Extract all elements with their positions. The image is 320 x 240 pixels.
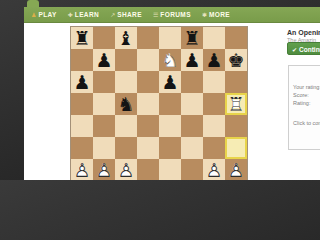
square-c2[interactable]: ♟♙ — [115, 159, 137, 180]
square-g4[interactable] — [203, 115, 225, 137]
square-g8[interactable] — [203, 27, 225, 49]
square-f2[interactable] — [181, 159, 203, 180]
stats-card: Your rating: Score: Rating: Click to con — [288, 65, 320, 150]
stat-rating: Rating: — [293, 99, 320, 107]
continue-button[interactable]: ✔Continue — [287, 42, 320, 55]
square-c5[interactable]: ♞ — [115, 93, 137, 115]
piece-black-bishop[interactable]: ♝ — [115, 27, 137, 49]
white-piece-outline: ♙ — [115, 159, 137, 180]
nav-item-share[interactable]: ↗ SHARE — [110, 11, 142, 18]
white-piece-outline: ♙ — [225, 159, 247, 180]
piece-black-pawn[interactable]: ♟ — [71, 71, 93, 93]
piece-black-rook[interactable]: ♜ — [181, 27, 203, 49]
square-b3[interactable] — [93, 137, 115, 159]
more-icon: ✱ — [202, 12, 207, 18]
continue-button-label: Continue — [299, 46, 320, 53]
nav-item-play[interactable]: ♟ PLAY — [31, 11, 57, 18]
square-d5[interactable] — [137, 93, 159, 115]
square-e3[interactable] — [159, 137, 181, 159]
square-a2[interactable]: ♟♙ — [71, 159, 93, 180]
chess-board[interactable]: ♜♝♜♟♞♘♟♟♚♟♟♞♜♖♟♙♟♙♟♙♟♙♟♙ — [70, 26, 248, 180]
piece-white-pawn[interactable]: ♟♙ — [93, 159, 115, 180]
share-icon: ↗ — [110, 12, 115, 18]
nav-label-learn: LEARN — [75, 11, 99, 18]
square-e5[interactable] — [159, 93, 181, 115]
nav-label-play: PLAY — [38, 11, 56, 18]
square-b5[interactable] — [93, 93, 115, 115]
square-f7[interactable]: ♟ — [181, 49, 203, 71]
square-e7[interactable]: ♞♘ — [159, 49, 181, 71]
square-h4[interactable] — [225, 115, 247, 137]
square-b8[interactable] — [93, 27, 115, 49]
square-a6[interactable]: ♟ — [71, 71, 93, 93]
square-d7[interactable] — [137, 49, 159, 71]
square-a3[interactable] — [71, 137, 93, 159]
square-a4[interactable] — [71, 115, 93, 137]
square-g2[interactable]: ♟♙ — [203, 159, 225, 180]
square-e4[interactable] — [159, 115, 181, 137]
square-d4[interactable] — [137, 115, 159, 137]
piece-black-pawn[interactable]: ♟ — [159, 71, 181, 93]
piece-white-pawn[interactable]: ♟♙ — [203, 159, 225, 180]
stat-score: Score: — [293, 91, 320, 99]
piece-black-pawn[interactable]: ♟ — [203, 49, 225, 71]
square-h7[interactable]: ♚ — [225, 49, 247, 71]
piece-black-rook[interactable]: ♜ — [71, 27, 93, 49]
piece-white-knight[interactable]: ♞♘ — [159, 49, 181, 71]
square-d8[interactable] — [137, 27, 159, 49]
square-f8[interactable]: ♜ — [181, 27, 203, 49]
nav-item-learn[interactable]: ✚ LEARN — [68, 11, 99, 18]
piece-white-pawn[interactable]: ♟♙ — [115, 159, 137, 180]
piece-white-pawn[interactable]: ♟♙ — [225, 159, 247, 180]
square-d2[interactable] — [137, 159, 159, 180]
learn-icon: ✚ — [68, 12, 73, 18]
square-h3[interactable] — [225, 137, 247, 159]
square-d6[interactable] — [137, 71, 159, 93]
piece-black-pawn[interactable]: ♟ — [181, 49, 203, 71]
square-e2[interactable] — [159, 159, 181, 180]
piece-black-knight[interactable]: ♞ — [115, 93, 137, 115]
main-navbar: ♟ PLAY ✚ LEARN ↗ SHARE ☰ FORUMS ✱ MORE — [24, 7, 320, 23]
card-footer-text: Click to con — [293, 120, 320, 126]
square-b4[interactable] — [93, 115, 115, 137]
square-c3[interactable] — [115, 137, 137, 159]
square-a5[interactable] — [71, 93, 93, 115]
lesson-title: An Opening — [287, 29, 320, 36]
square-a8[interactable]: ♜ — [71, 27, 93, 49]
white-piece-outline: ♖ — [225, 93, 247, 115]
nav-item-forums[interactable]: ☰ FORUMS — [153, 11, 191, 18]
nav-item-more[interactable]: ✱ MORE — [202, 11, 230, 18]
piece-white-rook[interactable]: ♜♖ — [225, 93, 247, 115]
square-g6[interactable] — [203, 71, 225, 93]
forums-icon: ☰ — [153, 12, 158, 18]
square-b2[interactable]: ♟♙ — [93, 159, 115, 180]
white-piece-outline: ♙ — [203, 159, 225, 180]
square-b6[interactable] — [93, 71, 115, 93]
square-a7[interactable] — [71, 49, 93, 71]
nav-label-more: MORE — [209, 11, 230, 18]
square-c4[interactable] — [115, 115, 137, 137]
square-f6[interactable] — [181, 71, 203, 93]
square-d3[interactable] — [137, 137, 159, 159]
square-b7[interactable]: ♟ — [93, 49, 115, 71]
piece-black-pawn[interactable]: ♟ — [93, 49, 115, 71]
square-e8[interactable] — [159, 27, 181, 49]
square-h2[interactable]: ♟♙ — [225, 159, 247, 180]
white-piece-outline: ♙ — [93, 159, 115, 180]
square-f5[interactable] — [181, 93, 203, 115]
piece-white-pawn[interactable]: ♟♙ — [71, 159, 93, 180]
square-g3[interactable] — [203, 137, 225, 159]
square-g7[interactable]: ♟ — [203, 49, 225, 71]
square-c7[interactable] — [115, 49, 137, 71]
piece-black-king[interactable]: ♚ — [225, 49, 247, 71]
nav-label-forums: FORUMS — [160, 11, 191, 18]
stat-your-rating: Your rating: — [293, 83, 320, 91]
play-pawn-icon: ♟ — [31, 12, 36, 18]
square-g5[interactable] — [203, 93, 225, 115]
white-piece-outline: ♘ — [159, 49, 181, 71]
site-logo-fragment — [27, 0, 39, 7]
square-h6[interactable] — [225, 71, 247, 93]
square-f3[interactable] — [181, 137, 203, 159]
square-h8[interactable] — [225, 27, 247, 49]
square-c6[interactable] — [115, 71, 137, 93]
square-h5[interactable]: ♜♖ — [225, 93, 247, 115]
nav-label-share: SHARE — [117, 11, 142, 18]
square-f4[interactable] — [181, 115, 203, 137]
white-piece-outline: ♙ — [71, 159, 93, 180]
checkmark-icon: ✔ — [292, 47, 297, 53]
square-e6[interactable]: ♟ — [159, 71, 181, 93]
square-c8[interactable]: ♝ — [115, 27, 137, 49]
